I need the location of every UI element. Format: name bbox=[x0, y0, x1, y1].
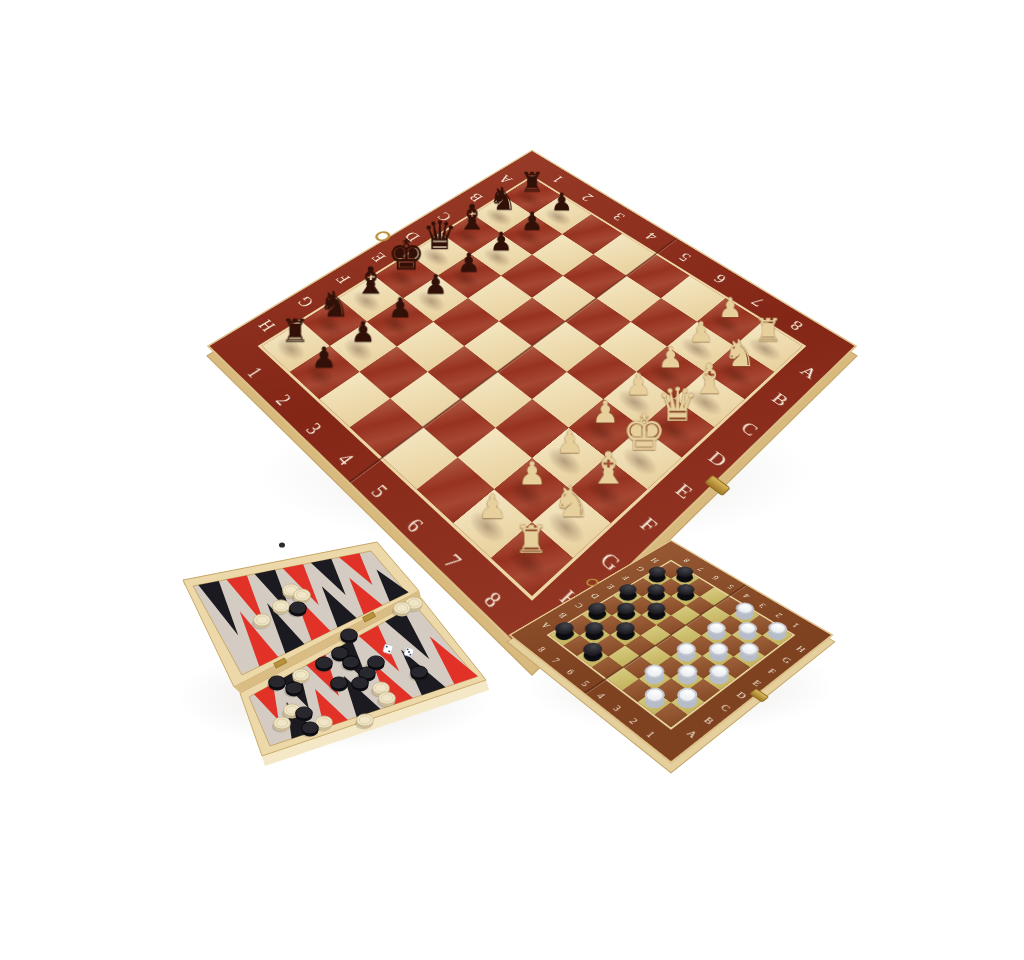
backgammon-checker-black bbox=[286, 682, 303, 694]
coordinate-label-right: B bbox=[769, 390, 792, 408]
coordinate-label-top: 3 bbox=[758, 602, 768, 609]
checker-piece-white bbox=[706, 669, 732, 688]
checkers-board: 88HH77GG66FF55EE44DD33CC22BB11AA bbox=[556, 520, 786, 750]
coordinate-label-right: D bbox=[734, 691, 748, 701]
backgammon-board bbox=[158, 534, 492, 778]
coordinate-label-top: 6 bbox=[712, 272, 730, 285]
chess-piece-dark-pawn: ♟ bbox=[339, 319, 387, 346]
chess-square bbox=[350, 399, 423, 458]
coordinate-label-bottom: 5 bbox=[368, 481, 392, 501]
backgammon-latch-knob bbox=[279, 542, 285, 547]
coordinate-label-bottom: 6 bbox=[564, 668, 576, 676]
coordinate-label-left: G bbox=[635, 565, 647, 572]
product-photo: ♜♟♟♜♞♟♟♞♝♟♟♝♛♟♟♛♚♟♟♚♝♟♟♝♞♟♟♞♜♟♟♜ 11AA22B… bbox=[0, 0, 1024, 960]
coordinate-label-right: G bbox=[780, 656, 793, 665]
coordinate-label-right: F bbox=[766, 667, 778, 676]
backgammon-checker-black bbox=[341, 629, 358, 641]
chess-piece-dark-pawn: ♟ bbox=[413, 273, 459, 298]
checker-piece-black bbox=[614, 607, 638, 623]
backgammon-checker-black bbox=[302, 722, 319, 734]
coordinate-label-left: F bbox=[620, 574, 631, 581]
chess-piece-dark-pawn: ♟ bbox=[377, 295, 424, 321]
backgammon-checker-black bbox=[296, 707, 313, 719]
backgammon-checker-black bbox=[368, 656, 385, 668]
backgammon-checker-black bbox=[352, 677, 369, 689]
chess-board: ♜♟♟♜♞♟♟♞♝♟♟♝♛♟♟♛♚♟♟♚♝♟♟♝♞♟♟♞♜♟♟♜ 11AA22B… bbox=[302, 116, 762, 576]
coordinate-label-bottom: 4 bbox=[595, 691, 607, 700]
backgammon-checker-black bbox=[316, 657, 333, 669]
coordinate-label-top: 5 bbox=[726, 583, 736, 590]
coordinate-label-top: 3 bbox=[610, 211, 627, 222]
coordinate-label-right: A bbox=[797, 363, 820, 381]
coordinate-label-top: 8 bbox=[682, 557, 692, 563]
coordinate-label-right: C bbox=[718, 703, 731, 713]
coordinate-label-bottom: 3 bbox=[303, 420, 326, 437]
coordinate-label-top: 4 bbox=[643, 230, 660, 242]
coordinate-label-left: D bbox=[589, 592, 601, 600]
coordinate-label-left: H bbox=[649, 557, 661, 564]
chess-piece-light-rook: ♜ bbox=[503, 522, 561, 559]
coordinate-label-right: D bbox=[705, 448, 730, 469]
coordinate-label-left: E bbox=[605, 583, 616, 590]
coordinate-label-left: B bbox=[557, 611, 569, 619]
coordinate-label-bottom: 1 bbox=[244, 364, 266, 380]
coordinate-label-right: E bbox=[750, 679, 763, 688]
coordinate-label-right: A bbox=[684, 729, 698, 740]
backgammon-checker-black bbox=[269, 676, 286, 688]
coordinate-label-bottom: 2 bbox=[273, 391, 295, 408]
coordinate-label-bottom: 5 bbox=[579, 679, 591, 688]
coordinate-label-right: B bbox=[702, 716, 716, 726]
coordinate-label-bottom: 7 bbox=[550, 656, 562, 664]
coordinate-label-bottom: 3 bbox=[611, 704, 623, 713]
backgammon-checker-black bbox=[290, 602, 307, 614]
coordinate-label-left: A bbox=[539, 621, 552, 629]
coordinate-label-top: 6 bbox=[711, 574, 721, 580]
coordinate-label-bottom: 2 bbox=[627, 716, 640, 725]
coordinate-label-bottom: 1 bbox=[644, 729, 657, 739]
coordinate-label-top: 5 bbox=[676, 251, 694, 264]
checkers-brass-ring bbox=[584, 577, 601, 588]
coordinate-label-bottom: 4 bbox=[334, 450, 357, 468]
coordinate-label-right: E bbox=[672, 480, 696, 501]
coordinate-label-right: H bbox=[794, 645, 807, 654]
coordinate-label-top: 4 bbox=[742, 592, 752, 599]
coordinate-label-left: C bbox=[573, 601, 585, 609]
coordinate-label-top: 2 bbox=[774, 611, 784, 618]
chess-piece-dark-pawn: ♟ bbox=[300, 345, 349, 372]
backgammon-checker-black bbox=[331, 677, 348, 689]
coordinate-label-right: C bbox=[738, 419, 761, 438]
backgammon-checker-black bbox=[343, 656, 360, 668]
coordinate-label-bottom: 8 bbox=[536, 645, 548, 653]
backgammon-checker-black bbox=[411, 666, 428, 678]
chess-piece-light-pawn: ♟ bbox=[465, 492, 521, 523]
coordinate-label-top: 1 bbox=[791, 621, 802, 628]
coordinate-label-top: 7 bbox=[697, 565, 707, 571]
checkers-board-face: 88HH77GG66FF55EE44DD33CC22BB11AA bbox=[508, 540, 833, 764]
coordinate-label-bottom: 6 bbox=[403, 515, 427, 536]
chess-piece-light-knight: ♞ bbox=[544, 483, 600, 523]
